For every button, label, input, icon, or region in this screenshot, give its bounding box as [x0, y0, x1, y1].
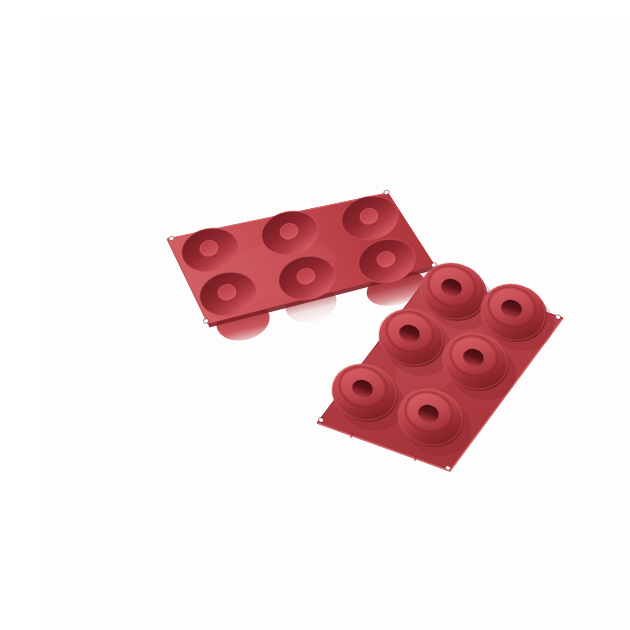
donut-mold-scene: [40, 16, 630, 630]
corner-hang-hole: [169, 236, 175, 241]
corner-hang-hole: [203, 318, 209, 323]
corner-hang-hole: [384, 190, 390, 195]
product-photo: Red silicone donut baking mold with 6 ro…: [40, 16, 630, 630]
